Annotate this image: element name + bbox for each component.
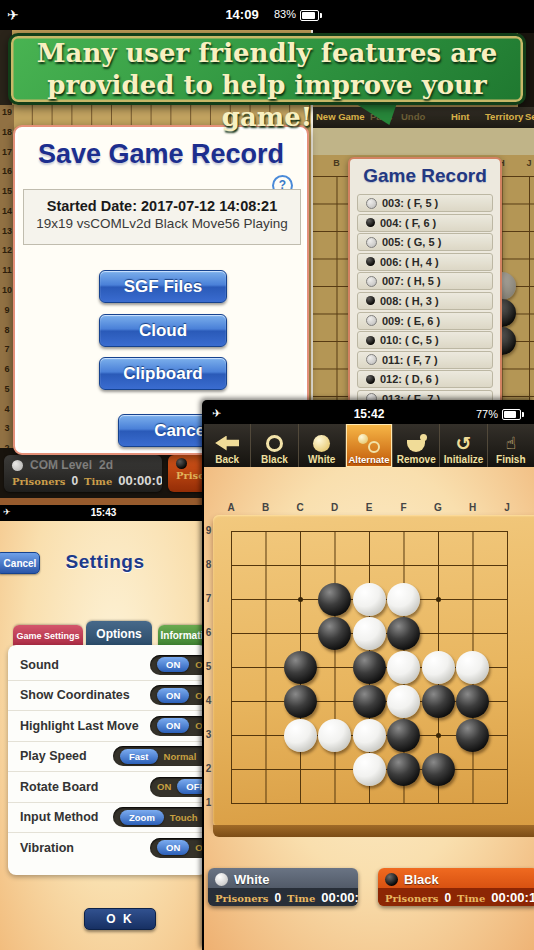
record-move[interactable]: 013: ( E, 7 ) bbox=[357, 390, 493, 400]
board-row-label: 6 bbox=[204, 627, 213, 638]
board-row-label: 12 bbox=[0, 245, 14, 255]
black-go-stone bbox=[387, 753, 420, 786]
sgf-files-button[interactable]: SGF Files bbox=[99, 270, 227, 303]
white-stone-icon bbox=[366, 237, 377, 248]
black-go-stone bbox=[284, 651, 317, 684]
option-on[interactable]: ON bbox=[157, 718, 189, 733]
setting-control[interactable]: ONOFF bbox=[150, 655, 207, 675]
record-move[interactable]: 009: ( E, 6 ) bbox=[357, 312, 493, 330]
toolbar-initialize-button[interactable]: ↺Initialize bbox=[440, 424, 487, 467]
prisoners-label: Prisoners bbox=[12, 476, 65, 487]
black-go-stone bbox=[456, 719, 489, 752]
edit-statusbar: ✈ 15:42 77% bbox=[204, 403, 534, 424]
board-col-label: B bbox=[330, 158, 344, 168]
setting-control[interactable]: ONOFF bbox=[150, 838, 207, 858]
toolbar-label: Finish bbox=[496, 454, 525, 465]
board-row-label: 7 bbox=[0, 344, 14, 354]
board-row-label: 3 bbox=[0, 423, 14, 433]
clipboard-button[interactable]: Clipboard bbox=[99, 357, 227, 390]
white-stone-icon bbox=[366, 198, 377, 209]
record-move[interactable]: 008: ( H, 3 ) bbox=[357, 292, 493, 310]
back-icon bbox=[215, 432, 239, 454]
edit-board-area: White Prisoners 0 Time 00:00:00 Black Pr… bbox=[204, 467, 534, 950]
time-label: Time bbox=[84, 476, 112, 487]
left-coord-strip: 19181716151413121110987654321 bbox=[0, 105, 14, 505]
white-stone-icon bbox=[366, 315, 377, 326]
battery-percent: 77% bbox=[476, 408, 498, 420]
setting-label: Highlight Last Move bbox=[20, 719, 139, 733]
cloud-button[interactable]: Cloud bbox=[99, 314, 227, 347]
board-row-label: 11 bbox=[0, 265, 14, 275]
black-stone-icon bbox=[366, 257, 375, 266]
setting-label: Play Speed bbox=[20, 749, 87, 763]
setting-control[interactable]: ONOFF bbox=[150, 777, 207, 797]
tab-information[interactable]: Information bbox=[158, 625, 207, 647]
toolbar-label: Black bbox=[261, 454, 288, 465]
basket-icon bbox=[407, 432, 425, 454]
toolbar-label: White bbox=[308, 454, 335, 465]
record-move[interactable]: 003: ( F, 5 ) bbox=[357, 194, 493, 212]
option-fast[interactable]: Fast bbox=[120, 749, 158, 764]
option-normal[interactable]: Normal bbox=[164, 751, 197, 762]
player-name: White bbox=[234, 872, 269, 887]
board-row-label: 17 bbox=[0, 147, 14, 157]
black-stone-icon bbox=[366, 218, 375, 227]
setting-control[interactable]: ONOFF bbox=[150, 716, 207, 736]
board-col-label: D bbox=[327, 502, 343, 513]
tab-options[interactable]: Options bbox=[86, 621, 152, 647]
star-point bbox=[436, 733, 441, 738]
record-move[interactable]: 007: ( H, 5 ) bbox=[357, 272, 493, 290]
record-move-text: 005: ( G, 5 ) bbox=[382, 236, 441, 248]
option-touch[interactable]: Touch bbox=[170, 812, 198, 823]
main-statusbar: ✈ 14:09 83% bbox=[0, 0, 534, 30]
board-row-label: 4 bbox=[204, 695, 213, 706]
setting-play-speed: Play SpeedFastNormalSlow bbox=[8, 742, 207, 773]
setting-highlight-last-move: Highlight Last MoveONOFF bbox=[8, 711, 207, 742]
record-move-text: 004: ( F, 6 ) bbox=[380, 217, 436, 229]
game-record-title: Game Record bbox=[350, 165, 500, 187]
prisoners-label: Prisoners bbox=[385, 893, 438, 904]
toolbar-label: Alternate bbox=[348, 454, 389, 465]
board-row-label: 14 bbox=[0, 206, 14, 216]
board-row-label: 6 bbox=[0, 364, 14, 374]
record-move[interactable]: 006: ( H, 4 ) bbox=[357, 253, 493, 271]
setting-vibration: VibrationONOFF bbox=[8, 833, 207, 863]
battery-icon bbox=[502, 409, 521, 420]
board-row-label: 5 bbox=[204, 661, 213, 672]
white-go-stone bbox=[353, 719, 386, 752]
setting-control[interactable]: ZoomTouchCursor bbox=[113, 807, 207, 827]
white-go-stone bbox=[353, 617, 386, 650]
white-go-stone bbox=[284, 719, 317, 752]
game-summary: 19x19 vsCOMLv2d Black Move56 Playing bbox=[24, 216, 300, 231]
board-row-label: 15 bbox=[0, 186, 14, 196]
board-row-label: 7 bbox=[204, 593, 213, 604]
black-go-stone bbox=[422, 685, 455, 718]
black-go-stone bbox=[387, 617, 420, 650]
setting-label: Sound bbox=[20, 658, 59, 672]
board-col-label: G bbox=[430, 502, 446, 513]
option-zoom[interactable]: Zoom bbox=[120, 810, 164, 825]
board-row-label: 8 bbox=[204, 559, 213, 570]
board-col-label: A bbox=[313, 158, 316, 168]
banner-line2: provided to help improve your game! bbox=[11, 69, 523, 133]
airplane-icon: ✈ bbox=[7, 7, 19, 23]
white-go-stone bbox=[353, 753, 386, 786]
white-go-stone bbox=[387, 583, 420, 616]
black-go-stone bbox=[353, 651, 386, 684]
settings-statusbar: ✈ 15:43 bbox=[0, 505, 207, 521]
board-col-label: F bbox=[396, 502, 412, 513]
com-level-value: 2d bbox=[99, 458, 113, 472]
record-move-text: 003: ( F, 5 ) bbox=[382, 197, 438, 209]
record-move[interactable]: 004: ( F, 6 ) bbox=[357, 214, 493, 232]
edit-toolbar: BackBlackWhiteAlternateRemove↺Initialize… bbox=[204, 424, 534, 468]
prisoners-count: 0 bbox=[274, 891, 281, 905]
toolbar-alternate-button[interactable]: Alternate bbox=[346, 424, 393, 467]
board-row-label: 5 bbox=[0, 384, 14, 394]
white-stone-icon bbox=[366, 276, 377, 287]
record-move-text: 007: ( H, 5 ) bbox=[382, 275, 441, 287]
toolbar-back-button[interactable]: Back bbox=[204, 424, 251, 467]
game-info-box: Started Date: 2017-07-12 14:08:21 19x19 … bbox=[23, 189, 301, 245]
record-move-text: 010: ( C, 5 ) bbox=[380, 334, 439, 346]
black-go-stone bbox=[353, 685, 386, 718]
disc-icon bbox=[313, 432, 330, 454]
setting-label: Vibration bbox=[20, 841, 74, 855]
board-col-label: H bbox=[465, 502, 481, 513]
ring-icon bbox=[266, 432, 283, 454]
game-record-list: 003: ( F, 5 )004: ( F, 6 )005: ( G, 5 )0… bbox=[357, 194, 493, 400]
setting-label: Rotate Board bbox=[20, 780, 98, 794]
setting-label: Show Coordinates bbox=[20, 688, 130, 702]
black-stone-icon bbox=[366, 375, 375, 384]
dialog-title: Save Game Record bbox=[15, 139, 307, 170]
setting-control[interactable]: ONOFF bbox=[150, 685, 207, 705]
record-move-text: 011: ( F, 7 ) bbox=[382, 354, 438, 366]
ok-button[interactable]: O K bbox=[84, 908, 156, 930]
board-row-label: 9 bbox=[204, 525, 213, 536]
toolbar-label: Initialize bbox=[444, 454, 483, 465]
battery-icon bbox=[300, 10, 319, 21]
black-go-stone bbox=[387, 719, 420, 752]
board-row-label: 9 bbox=[0, 305, 14, 315]
prisoners-label: Prisoners bbox=[215, 893, 268, 904]
black-player-panel: Black Prisoners 0 Time 00:00:10 bbox=[378, 868, 534, 906]
board-row-label: 8 bbox=[0, 325, 14, 335]
app-store-screenshot: 19181716151413121110987654321 COM Level … bbox=[0, 0, 534, 950]
white-go-stone bbox=[456, 651, 489, 684]
board-row-label: 10 bbox=[0, 285, 14, 295]
black-go-stone bbox=[318, 617, 351, 650]
board-col-label: J bbox=[522, 158, 534, 168]
toolbar-finish-button[interactable]: ☝Finish bbox=[488, 424, 534, 467]
board-row-label: 3 bbox=[204, 729, 213, 740]
time-value: 00:00:10 bbox=[491, 890, 534, 905]
edit-mode-screenshot: ✈ 15:42 77% BackBlackWhiteAlternateRemov… bbox=[202, 400, 534, 950]
settings-panel: SoundONOFFShow CoordinatesONOFFHighlight… bbox=[8, 645, 207, 875]
setting-input-method: Input MethodZoomTouchCursor bbox=[8, 803, 207, 834]
record-move-text: 006: ( H, 4 ) bbox=[380, 256, 439, 268]
record-move-text: 009: ( E, 6 ) bbox=[382, 315, 440, 327]
board-col-label: E bbox=[361, 502, 377, 513]
board-row-label: 2 bbox=[204, 763, 213, 774]
started-date: Started Date: 2017-07-12 14:08:21 bbox=[24, 198, 300, 214]
white-go-stone bbox=[353, 583, 386, 616]
settings-cancel-button[interactable]: Cancel bbox=[0, 552, 40, 574]
com-level-label: COM Level bbox=[30, 458, 92, 472]
board-row-label: 4 bbox=[0, 404, 14, 414]
promo-banner: Many user friendly features are provided… bbox=[8, 33, 526, 105]
player-name: Black bbox=[404, 872, 439, 887]
setting-sound: SoundONOFF bbox=[8, 650, 207, 681]
toolbar-white-button[interactable]: White bbox=[299, 424, 346, 467]
settings-screenshot: ✈ 15:43 Cancel Settings Game SettingsOpt… bbox=[0, 505, 207, 950]
white-go-stone bbox=[387, 685, 420, 718]
alternate-icon bbox=[357, 432, 381, 454]
record-move-text: 012: ( D, 6 ) bbox=[380, 373, 439, 385]
option-on[interactable]: ON bbox=[157, 781, 171, 792]
setting-control[interactable]: FastNormalSlow bbox=[113, 746, 207, 766]
record-move[interactable]: 012: ( D, 6 ) bbox=[357, 370, 493, 388]
white-player-panel: White Prisoners 0 Time 00:00:00 bbox=[208, 868, 358, 906]
setting-label: Input Method bbox=[20, 810, 98, 824]
record-move[interactable]: 011: ( F, 7 ) bbox=[357, 351, 493, 369]
com-player-panel: COM Level 2d Prisoners 0 Time 00:00:00 bbox=[4, 455, 162, 492]
star-point bbox=[298, 597, 303, 602]
board-row-label: 1 bbox=[204, 797, 213, 808]
banner-line1: Many user friendly features are bbox=[11, 37, 523, 69]
black-go-stone bbox=[284, 685, 317, 718]
black-go-stone bbox=[456, 685, 489, 718]
white-stone-icon bbox=[12, 460, 23, 471]
board-col-label: J bbox=[499, 502, 515, 513]
option-on[interactable]: ON bbox=[157, 688, 189, 703]
record-move[interactable]: 010: ( C, 5 ) bbox=[357, 331, 493, 349]
white-stone-icon bbox=[215, 873, 228, 886]
black-stone-icon bbox=[385, 873, 398, 886]
statusbar-time: 15:43 bbox=[0, 507, 207, 518]
reset-icon: ↺ bbox=[456, 432, 472, 454]
white-stone-icon bbox=[366, 354, 377, 365]
time-label: Time bbox=[287, 893, 315, 904]
prisoners-count: 0 bbox=[71, 474, 78, 488]
white-go-stone bbox=[422, 651, 455, 684]
option-on[interactable]: ON bbox=[157, 657, 189, 672]
prisoners-count: 0 bbox=[444, 891, 451, 905]
black-go-stone bbox=[318, 583, 351, 616]
time-value: 00:00:00 bbox=[118, 473, 162, 488]
bg-toolbar-set[interactable]: Set bbox=[525, 111, 534, 122]
star-point bbox=[436, 597, 441, 602]
record-move[interactable]: 005: ( G, 5 ) bbox=[357, 233, 493, 251]
board-col-label: C bbox=[292, 502, 308, 513]
white-go-stone bbox=[387, 651, 420, 684]
battery-percent: 83% bbox=[266, 8, 296, 20]
board-row-label: 16 bbox=[0, 166, 14, 176]
option-on[interactable]: ON bbox=[157, 840, 189, 855]
record-move-text: 013: ( E, 7 ) bbox=[382, 393, 440, 400]
black-go-stone bbox=[422, 753, 455, 786]
board-col-label: A bbox=[223, 502, 239, 513]
tab-game-settings[interactable]: Game Settings bbox=[13, 625, 83, 647]
toolbar-remove-button[interactable]: Remove bbox=[393, 424, 440, 467]
record-move-text: 008: ( H, 3 ) bbox=[380, 295, 439, 307]
game-record-panel: Game Record 003: ( F, 5 )004: ( F, 6 )00… bbox=[348, 157, 502, 400]
setting-show-coordinates: Show CoordinatesONOFF bbox=[8, 681, 207, 712]
black-stone-icon bbox=[366, 336, 375, 345]
setting-rotate-board: Rotate BoardONOFF bbox=[8, 772, 207, 803]
toolbar-label: Remove bbox=[397, 454, 436, 465]
time-value: 00:00:00 bbox=[321, 890, 358, 905]
settings-title: Settings bbox=[40, 551, 170, 573]
board-row-label: 13 bbox=[0, 226, 14, 236]
toolbar-label: Back bbox=[215, 454, 239, 465]
board-col-label: B bbox=[258, 502, 274, 513]
black-stone-icon bbox=[366, 296, 375, 305]
black-stone-icon bbox=[176, 458, 187, 469]
white-go-stone bbox=[318, 719, 351, 752]
hand-icon: ☝ bbox=[506, 432, 516, 454]
time-label: Time bbox=[457, 893, 485, 904]
toolbar-black-button[interactable]: Black bbox=[251, 424, 298, 467]
